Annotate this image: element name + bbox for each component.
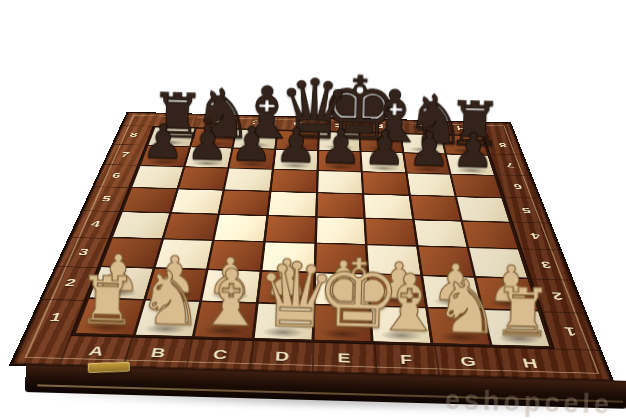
square-c4[interactable] (215, 215, 266, 241)
file-label: H (495, 348, 565, 379)
square-d6[interactable] (272, 170, 317, 192)
square-wood-surface (215, 215, 266, 241)
square-wood-surface (123, 188, 176, 212)
square-wood-surface (179, 167, 228, 189)
square-c6[interactable] (225, 169, 272, 191)
file-label: B (194, 114, 238, 128)
square-d7[interactable]: ♟ (274, 150, 317, 170)
square-wood-surface (452, 175, 501, 197)
square-wood-surface (220, 191, 269, 215)
brass-clasp-icon (88, 361, 130, 373)
board-grid: ♜♞♝♛♚♝♞♜♟♟♟♟♟♟♟♟♟♟♟♟♟♟♟♟♜♞♝♛♚♝♞♜ (70, 126, 555, 349)
square-wood-surface (407, 174, 454, 196)
square-e7[interactable]: ♟ (318, 151, 360, 171)
rank-label: 6 (498, 175, 540, 199)
square-b7[interactable]: ♟ (185, 147, 231, 167)
square-c7[interactable]: ♟ (230, 148, 275, 168)
watermark: eshopcele (445, 385, 614, 420)
square-c1[interactable]: ♝ (195, 302, 256, 338)
square-g1[interactable]: ♞ (428, 309, 490, 345)
file-label: F (373, 344, 438, 375)
square-a5[interactable] (123, 188, 176, 212)
square-wood-surface (463, 221, 518, 248)
square-b1[interactable]: ♞ (135, 301, 199, 337)
square-wood-surface (272, 170, 317, 192)
board-perspective-wrapper: ABCDEFGH ABCDEFGH 87654321 87654321 ♜♞♝♛… (0, 0, 626, 420)
square-wood-surface (269, 192, 316, 216)
square-g4[interactable] (415, 220, 467, 247)
file-label: D (248, 341, 312, 372)
square-f7[interactable]: ♟ (362, 152, 406, 173)
file-label: F (359, 119, 401, 133)
file-label: G (399, 120, 442, 134)
piece-white-knight[interactable]: ♞ (136, 263, 194, 335)
square-wood-surface (363, 172, 408, 194)
file-label: A (153, 113, 198, 127)
square-wood-surface (457, 197, 509, 221)
square-h5[interactable] (457, 197, 509, 221)
square-wood-surface (411, 196, 461, 220)
square-a7[interactable]: ♟ (141, 146, 189, 166)
square-b4[interactable] (164, 213, 218, 239)
piece-white-rook[interactable]: ♜ (77, 268, 135, 333)
square-wood-surface (415, 220, 467, 247)
square-d1[interactable]: ♛ (255, 304, 313, 340)
square-h4[interactable] (463, 221, 518, 248)
square-a4[interactable] (113, 212, 169, 238)
rank-label: 5 (505, 198, 549, 224)
rank-label: 8 (484, 135, 522, 155)
square-wood-surface (364, 195, 412, 219)
square-c5[interactable] (220, 191, 269, 215)
square-b6[interactable] (179, 167, 228, 189)
product-photo-scene: ABCDEFGH ABCDEFGH 87654321 87654321 ♜♞♝♛… (0, 0, 626, 420)
square-wood-surface (164, 213, 218, 239)
rank-label: 7 (491, 154, 530, 176)
file-label: C (236, 116, 279, 130)
square-g5[interactable] (411, 196, 461, 220)
rank-label: 4 (513, 222, 559, 250)
chess-board: ABCDEFGH ABCDEFGH 87654321 87654321 ♜♞♝♛… (9, 112, 615, 383)
square-f5[interactable] (364, 195, 412, 219)
file-label: C (185, 339, 252, 370)
square-wood-surface (113, 212, 169, 238)
square-wood-surface (317, 193, 363, 217)
square-f6[interactable] (363, 172, 408, 194)
square-wood-surface (266, 216, 315, 242)
square-e6[interactable] (318, 171, 362, 193)
square-h1[interactable]: ♜ (484, 310, 549, 346)
square-a6[interactable] (132, 166, 182, 188)
piece-white-knight[interactable]: ♞ (433, 271, 491, 343)
file-label: D (277, 117, 319, 131)
square-h6[interactable] (452, 175, 501, 197)
file-label: E (318, 118, 359, 132)
file-label: B (122, 338, 191, 369)
square-wood-surface (225, 169, 272, 191)
piece-white-queen[interactable]: ♛ (255, 252, 314, 338)
square-d5[interactable] (269, 192, 316, 216)
square-wood-surface (318, 171, 362, 193)
square-h7[interactable]: ♟ (447, 154, 494, 175)
square-g6[interactable] (407, 174, 454, 196)
file-label: G (434, 346, 502, 377)
square-e5[interactable] (317, 193, 363, 217)
file-label: H (440, 121, 485, 135)
file-label: E (312, 343, 375, 374)
square-wood-surface (172, 189, 223, 213)
square-wood-surface (132, 166, 182, 188)
square-a1[interactable]: ♜ (76, 299, 143, 334)
square-b5[interactable] (172, 189, 223, 213)
square-g7[interactable]: ♟ (404, 153, 449, 174)
square-d4[interactable] (266, 216, 315, 242)
rank-label: 1 (543, 312, 599, 350)
